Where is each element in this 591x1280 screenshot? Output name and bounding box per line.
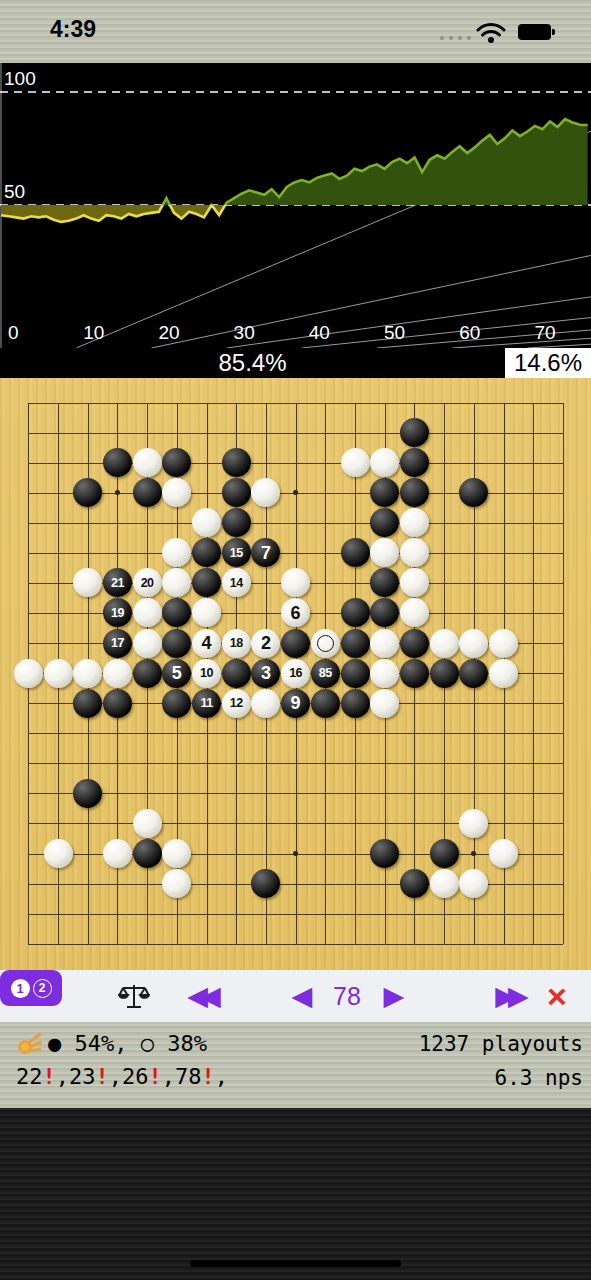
move-number-label: 6 <box>291 604 301 622</box>
winrate-bar: 85.4% 14.6% <box>0 348 591 378</box>
white-stone <box>400 598 429 627</box>
grid-line <box>28 793 563 794</box>
stop-analysis-button[interactable]: × <box>536 970 578 1022</box>
comma: , <box>56 1064 69 1089</box>
black-stone <box>341 689 370 718</box>
black-stone-move-3: 3 <box>251 659 280 688</box>
black-stone-move-9: 9 <box>281 689 310 718</box>
playouts: 1237 playouts <box>419 1032 583 1056</box>
move-number-label: 15 <box>230 547 243 560</box>
white-stone <box>281 568 310 597</box>
move-number-label: 9 <box>291 694 301 712</box>
svg-text:40: 40 <box>309 322 330 343</box>
numbering-option-2: 2 <box>33 979 52 998</box>
black-stone-move-85: 85 <box>311 659 340 688</box>
white-stone <box>44 659 73 688</box>
svg-text:10: 10 <box>83 322 104 343</box>
hot-move-number: 22 <box>16 1064 43 1089</box>
white-stone <box>133 448 162 477</box>
white-stone-move-4: 4 <box>192 629 221 658</box>
white-stone-move-14: 14 <box>222 568 251 597</box>
ios-status-bar: 4:39 <box>0 0 591 63</box>
white-stone <box>251 689 280 718</box>
hot-move-number: 23 <box>69 1064 96 1089</box>
black-stone <box>103 689 132 718</box>
white-stone <box>192 598 221 627</box>
white-stone <box>400 568 429 597</box>
current-move-number[interactable]: 78 <box>322 970 372 1022</box>
white-stone <box>400 538 429 567</box>
black-stone <box>222 659 251 688</box>
white-stone <box>103 659 132 688</box>
white-stone <box>133 629 162 658</box>
go-board[interactable]: 1572120141961741825103168511129 <box>0 378 591 970</box>
next-move-button[interactable]: ▶ <box>374 970 414 1022</box>
toolbar: 1 2 ◀◀ ◀ 78 ▶ ▶▶ × <box>0 970 591 1022</box>
black-stone <box>400 478 429 507</box>
white-stone-move-18: 18 <box>222 629 251 658</box>
black-stone <box>162 598 191 627</box>
black-stone <box>192 538 221 567</box>
comma: , <box>109 1064 122 1089</box>
white-stone <box>311 629 340 658</box>
comma: , <box>162 1064 175 1089</box>
hot-move-number: 78 <box>175 1064 202 1089</box>
white-stone-move-10: 10 <box>192 659 221 688</box>
black-stone <box>281 629 310 658</box>
winrate-summary: ● 54%, ○ 38% <box>16 1030 207 1056</box>
white-stone <box>133 598 162 627</box>
white-stone-move-2: 2 <box>251 629 280 658</box>
white-stone <box>370 629 399 658</box>
move-number-label: 12 <box>230 697 243 710</box>
black-stone <box>222 508 251 537</box>
move-number-label: 4 <box>201 634 211 652</box>
move-number-label: 20 <box>141 577 154 590</box>
comma: , <box>215 1064 228 1089</box>
white-stone <box>341 448 370 477</box>
exclamation-icon: ! <box>149 1064 162 1089</box>
black-stone-move-17: 17 <box>103 629 132 658</box>
black-stone <box>341 659 370 688</box>
black-stone <box>162 689 191 718</box>
rewind-button[interactable]: ◀◀ <box>170 970 230 1022</box>
black-stone <box>459 478 488 507</box>
white-stone <box>162 478 191 507</box>
winrate-text: ● 54%, ○ 38% <box>48 1031 207 1056</box>
black-stone <box>370 478 399 507</box>
black-stone <box>400 629 429 658</box>
black-stone <box>459 659 488 688</box>
black-stone <box>400 448 429 477</box>
nps: 6.3 nps <box>494 1066 583 1090</box>
white-stone <box>251 478 280 507</box>
white-stone <box>370 689 399 718</box>
black-winrate-segment: 85.4% <box>0 348 505 378</box>
black-stone <box>400 659 429 688</box>
white-stone <box>162 538 191 567</box>
move-number-label: 3 <box>261 664 271 682</box>
white-stone <box>133 809 162 838</box>
star-point <box>115 490 120 495</box>
black-stone-move-7: 7 <box>251 538 280 567</box>
black-stone <box>400 418 429 447</box>
svg-text:70: 70 <box>534 322 555 343</box>
white-stone <box>370 538 399 567</box>
black-stone <box>73 779 102 808</box>
svg-text:60: 60 <box>459 322 480 343</box>
scales-icon <box>118 981 150 1011</box>
grid-line <box>28 914 563 915</box>
star-point <box>471 851 476 856</box>
wifi-icon <box>476 22 506 48</box>
black-stone <box>370 568 399 597</box>
white-stone <box>103 839 132 868</box>
black-stone-move-11: 11 <box>192 689 221 718</box>
white-stone-move-20: 20 <box>133 568 162 597</box>
black-stone <box>341 629 370 658</box>
white-stone <box>400 508 429 537</box>
white-stone <box>370 448 399 477</box>
white-stone <box>162 869 191 898</box>
svg-text:0: 0 <box>8 322 19 343</box>
analysis-info: ● 54%, ○ 38% 1237 playouts 22!,23!,26!,7… <box>0 1022 591 1108</box>
grid-line <box>563 403 564 944</box>
black-stone <box>341 598 370 627</box>
white-stone <box>489 629 518 658</box>
svg-text:100: 100 <box>4 68 36 89</box>
white-stone <box>430 869 459 898</box>
white-stone <box>44 839 73 868</box>
white-stone-move-16: 16 <box>281 659 310 688</box>
white-stone-move-12: 12 <box>222 689 251 718</box>
app-screen: 4:39 01020304050607010050 85.4% 14.6% 15… <box>0 0 591 1280</box>
black-stone <box>251 869 280 898</box>
white-stone <box>430 629 459 658</box>
white-stone <box>73 659 102 688</box>
grid-line <box>533 403 534 944</box>
move-number-label: 16 <box>289 667 302 680</box>
svg-text:20: 20 <box>158 322 179 343</box>
home-indicator[interactable] <box>190 1260 401 1267</box>
svg-text:50: 50 <box>4 181 25 202</box>
white-stone <box>14 659 43 688</box>
white-stone <box>162 839 191 868</box>
black-stone <box>341 538 370 567</box>
white-stone <box>459 809 488 838</box>
grid-line <box>28 763 563 764</box>
move-number-label: 11 <box>200 697 212 710</box>
black-stone-move-15: 15 <box>222 538 251 567</box>
black-stone <box>370 508 399 537</box>
move-number-label: 19 <box>111 607 124 620</box>
exclamation-icon: ! <box>96 1064 109 1089</box>
exclamation-icon: ! <box>43 1064 56 1089</box>
white-stone <box>459 869 488 898</box>
black-stone <box>222 478 251 507</box>
black-stone <box>222 448 251 477</box>
hot-moves: 22!,23!,26!,78!, <box>16 1064 228 1089</box>
move-number-label: 18 <box>230 637 243 650</box>
white-winrate-segment: 14.6% <box>505 348 591 378</box>
black-stone <box>133 478 162 507</box>
black-stone <box>370 839 399 868</box>
white-stone <box>370 659 399 688</box>
white-stone <box>162 568 191 597</box>
black-stone <box>103 448 132 477</box>
previous-move-button[interactable]: ◀ <box>282 970 322 1022</box>
black-stone <box>73 689 102 718</box>
black-stone <box>430 839 459 868</box>
winrate-chart: 01020304050607010050 <box>0 63 591 348</box>
black-stone-move-19: 19 <box>103 598 132 627</box>
numbering-option-1: 1 <box>11 979 30 998</box>
svg-text:30: 30 <box>234 322 255 343</box>
white-stone-move-6: 6 <box>281 598 310 627</box>
white-stone <box>489 659 518 688</box>
move-number-label: 17 <box>111 637 124 650</box>
black-stone <box>311 689 340 718</box>
move-numbering-toggle-button[interactable]: 1 2 <box>0 970 62 1006</box>
exclamation-icon: ! <box>202 1064 215 1089</box>
clock: 4:39 <box>38 16 108 43</box>
move-number-label: 2 <box>261 634 271 652</box>
move-number-label: 21 <box>111 577 124 590</box>
move-number-label: 85 <box>319 667 332 680</box>
white-stone <box>489 839 518 868</box>
star-point <box>293 490 298 495</box>
move-number-label: 14 <box>230 577 243 590</box>
grid-line <box>28 944 563 945</box>
black-stone <box>73 478 102 507</box>
black-stone <box>370 598 399 627</box>
last-move-circle-mark <box>317 635 334 652</box>
black-stone-move-21: 21 <box>103 568 132 597</box>
white-stone <box>192 508 221 537</box>
hot-move-number: 26 <box>122 1064 149 1089</box>
black-stone <box>162 629 191 658</box>
fast-forward-button[interactable]: ▶▶ <box>478 970 538 1022</box>
black-stone-move-5: 5 <box>162 659 191 688</box>
svg-text:50: 50 <box>384 322 405 343</box>
black-stone <box>192 568 221 597</box>
move-number-label: 5 <box>172 664 182 682</box>
black-stone <box>400 869 429 898</box>
cellular-signal-icon <box>440 36 471 40</box>
black-stone <box>162 448 191 477</box>
white-stone <box>459 629 488 658</box>
ok-hand-icon <box>16 1030 42 1056</box>
score-estimate-button[interactable] <box>112 970 156 1022</box>
black-stone <box>133 659 162 688</box>
white-stone <box>73 568 102 597</box>
black-stone <box>133 839 162 868</box>
move-number-label: 7 <box>261 544 271 562</box>
battery-icon <box>518 24 551 40</box>
black-stone <box>430 659 459 688</box>
star-point <box>293 851 298 856</box>
grid-line <box>28 733 563 734</box>
bottom-mat <box>0 1108 591 1280</box>
move-number-label: 10 <box>200 667 213 680</box>
